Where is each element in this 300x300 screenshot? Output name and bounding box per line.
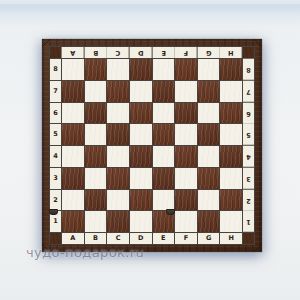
square-c1[interactable]: [107, 211, 129, 232]
square-d6[interactable]: [130, 103, 152, 124]
square-h2[interactable]: [220, 190, 242, 211]
file-label-bottom-a: A: [62, 233, 84, 244]
rank-label-right-5: 5: [243, 124, 254, 145]
square-d8[interactable]: [130, 59, 152, 80]
file-label-bottom-b: B: [85, 233, 107, 244]
rank-label-left-3: 3: [50, 168, 61, 189]
square-g6[interactable]: [198, 103, 220, 124]
square-g8[interactable]: [198, 59, 220, 80]
square-d2[interactable]: [130, 190, 152, 211]
square-b7[interactable]: [85, 81, 107, 102]
square-c5[interactable]: [107, 124, 129, 145]
square-b3[interactable]: [85, 168, 107, 189]
square-e5[interactable]: [153, 124, 175, 145]
rank-label-left-5: 5: [50, 124, 61, 145]
rank-label-right-4: 4: [243, 146, 254, 167]
corner-bottom-left: [50, 233, 61, 244]
square-e8[interactable]: [153, 59, 175, 80]
square-f6[interactable]: [175, 103, 197, 124]
hinge-right: [166, 209, 175, 215]
corner-bottom-right: [243, 233, 254, 244]
square-f1[interactable]: [175, 211, 197, 232]
rank-label-right-8: 8: [243, 59, 254, 80]
square-a6[interactable]: [62, 103, 84, 124]
corner-top-left: [50, 47, 61, 58]
square-c7[interactable]: [107, 81, 129, 102]
rank-label-left-7: 7: [50, 81, 61, 102]
watermark-text: чудо-подарок.ru: [26, 245, 144, 260]
square-a4[interactable]: [62, 146, 84, 167]
rank-label-right-6: 6: [243, 103, 254, 124]
square-a1[interactable]: [62, 211, 84, 232]
square-g2[interactable]: [198, 190, 220, 211]
rank-label-right-1: 1: [243, 211, 254, 232]
square-c3[interactable]: [107, 168, 129, 189]
square-e6[interactable]: [153, 103, 175, 124]
square-h7[interactable]: [220, 81, 242, 102]
square-d7[interactable]: [130, 81, 152, 102]
square-f7[interactable]: [175, 81, 197, 102]
square-g5[interactable]: [198, 124, 220, 145]
square-e2[interactable]: [153, 190, 175, 211]
file-label-top-c: C: [107, 47, 129, 58]
square-d3[interactable]: [130, 168, 152, 189]
product-photo-background: ABCDEFGH8877665544332211ABCDEFGH чудо-по…: [0, 0, 300, 300]
file-label-top-e: E: [153, 47, 175, 58]
square-c8[interactable]: [107, 59, 129, 80]
square-h6[interactable]: [220, 103, 242, 124]
square-b8[interactable]: [85, 59, 107, 80]
file-label-bottom-d: D: [130, 233, 152, 244]
square-a3[interactable]: [62, 168, 84, 189]
square-h5[interactable]: [220, 124, 242, 145]
square-a5[interactable]: [62, 124, 84, 145]
square-a7[interactable]: [62, 81, 84, 102]
rank-label-left-4: 4: [50, 146, 61, 167]
square-g4[interactable]: [198, 146, 220, 167]
square-b5[interactable]: [85, 124, 107, 145]
square-g3[interactable]: [198, 168, 220, 189]
square-g7[interactable]: [198, 81, 220, 102]
square-b4[interactable]: [85, 146, 107, 167]
file-label-bottom-f: F: [175, 233, 197, 244]
square-d5[interactable]: [130, 124, 152, 145]
square-c2[interactable]: [107, 190, 129, 211]
square-b6[interactable]: [85, 103, 107, 124]
square-f8[interactable]: [175, 59, 197, 80]
frame-miter-bottom-right: [254, 244, 262, 252]
square-h1[interactable]: [220, 211, 242, 232]
file-label-top-f: F: [175, 47, 197, 58]
square-b2[interactable]: [85, 190, 107, 211]
file-label-top-h: H: [220, 47, 242, 58]
file-label-bottom-h: H: [220, 233, 242, 244]
square-g1[interactable]: [198, 211, 220, 232]
file-label-bottom-e: E: [153, 233, 175, 244]
rank-label-right-2: 2: [243, 190, 254, 211]
file-label-top-d: D: [130, 47, 152, 58]
square-c6[interactable]: [107, 103, 129, 124]
file-label-bottom-g: G: [198, 233, 220, 244]
square-h4[interactable]: [220, 146, 242, 167]
corner-top-right: [243, 47, 254, 58]
square-b1[interactable]: [85, 211, 107, 232]
file-label-bottom-c: C: [107, 233, 129, 244]
square-c4[interactable]: [107, 146, 129, 167]
hinge-left: [49, 209, 58, 215]
rank-label-left-2: 2: [50, 190, 61, 211]
square-a2[interactable]: [62, 190, 84, 211]
square-e7[interactable]: [153, 81, 175, 102]
square-a8[interactable]: [62, 59, 84, 80]
board-grid: ABCDEFGH8877665544332211ABCDEFGH: [49, 46, 255, 245]
square-h3[interactable]: [220, 168, 242, 189]
square-d4[interactable]: [130, 146, 152, 167]
chess-board: ABCDEFGH8877665544332211ABCDEFGH: [42, 39, 262, 252]
square-d1[interactable]: [130, 211, 152, 232]
square-f4[interactable]: [175, 146, 197, 167]
frame-miter-top-right: [254, 39, 262, 47]
square-f3[interactable]: [175, 168, 197, 189]
square-h8[interactable]: [220, 59, 242, 80]
square-e4[interactable]: [153, 146, 175, 167]
rank-label-right-7: 7: [243, 81, 254, 102]
square-f5[interactable]: [175, 124, 197, 145]
square-f2[interactable]: [175, 190, 197, 211]
square-e3[interactable]: [153, 168, 175, 189]
rank-label-left-8: 8: [50, 59, 61, 80]
rank-label-right-3: 3: [243, 168, 254, 189]
file-label-top-g: G: [198, 47, 220, 58]
file-label-top-a: A: [62, 47, 84, 58]
file-label-top-b: B: [85, 47, 107, 58]
rank-label-left-6: 6: [50, 103, 61, 124]
